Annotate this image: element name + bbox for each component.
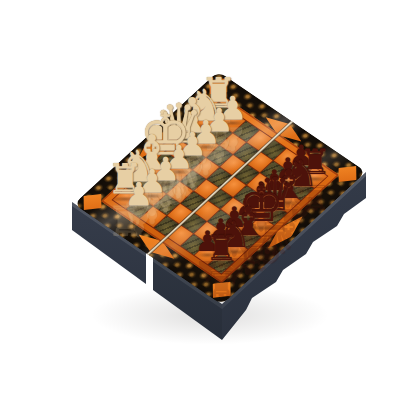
piece-black-rook[interactable]: ♜♜ (204, 231, 239, 266)
piece-reflection: ♟ (123, 209, 155, 241)
piece-reflection: ♜ (204, 265, 239, 300)
piece-glyph: ♜ (204, 231, 239, 266)
pieces-layer: ♜♜♟♟♞♞♟♟♝♝♟♟♛♛♟♟♚♚♟♟♟♟♝♝♜♜♟♟♟♟♞♞♞♞♟♟♟♟♜♜… (0, 0, 400, 400)
chess-set-photo: ♜♜♟♟♞♞♟♟♝♝♟♟♛♛♟♟♚♚♟♟♟♟♝♝♜♜♟♟♟♟♞♞♞♞♟♟♟♟♜♜… (0, 0, 400, 400)
piece-white-pawn[interactable]: ♟♟ (123, 178, 155, 210)
